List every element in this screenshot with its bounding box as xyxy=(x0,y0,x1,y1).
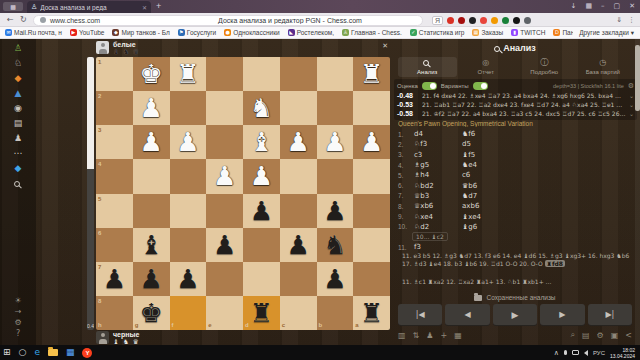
evaluation-bar-white xyxy=(87,57,94,169)
square-d7[interactable] xyxy=(243,262,280,296)
tab-label: Отчет xyxy=(478,69,494,75)
square-d3[interactable]: ♝ xyxy=(243,125,280,159)
white-rook: ♜ xyxy=(353,57,390,91)
black-pawn: ♟ xyxy=(206,228,243,262)
square-g8[interactable]: g♚ xyxy=(133,296,170,330)
toggle-label: Оценка xyxy=(397,83,418,89)
square-c8[interactable]: c xyxy=(280,296,317,330)
square-a5[interactable] xyxy=(353,194,390,228)
system-tray: ∧РУС18:0213.04.2024 xyxy=(554,347,637,359)
variation-line[interactable]: 10... ♝c2 xyxy=(412,232,448,241)
square-g3[interactable]: ♟ xyxy=(133,125,170,159)
black-knight: ♞ xyxy=(317,228,354,262)
move-number: 4. xyxy=(398,162,414,169)
black-move[interactable]: ♛b6 xyxy=(462,182,510,190)
maximize-icon[interactable]: ▢ xyxy=(614,2,621,10)
saved-analyses-button[interactable]: Сохраненные анализы xyxy=(398,294,632,301)
black-rook: ♜ xyxy=(243,296,280,330)
square-h7[interactable]: 7♟ xyxy=(96,262,133,296)
clock-icon: ◷ xyxy=(599,59,606,67)
flip-board-icon[interactable]: ⇅ xyxy=(413,331,420,340)
folder-icon xyxy=(474,295,482,301)
archive-icon[interactable]: ▣ xyxy=(611,331,619,340)
square-d6[interactable] xyxy=(243,228,280,262)
bookmark-favicon-icon: ▮ xyxy=(511,29,518,36)
move-row: 3.c3♝f5 xyxy=(398,150,632,160)
square-e6[interactable]: ♟ xyxy=(206,228,243,262)
bookmark-label: Главная - Chess. xyxy=(351,29,402,36)
help-icon[interactable]: ? xyxy=(0,328,36,340)
windows-taskbar: ⊞○e▦Y∧РУС18:0213.04.2024 xyxy=(0,345,640,360)
move-row: 4.♗g5♞e4 xyxy=(398,160,632,170)
tab-анализ[interactable]: Анализ xyxy=(398,57,457,77)
black-move[interactable]: ♝f5 xyxy=(462,151,510,159)
square-a3[interactable]: ♟ xyxy=(353,125,390,159)
taskbar-clock[interactable]: 18:0213.04.2024 xyxy=(610,347,637,359)
square-h4[interactable]: 4 xyxy=(96,159,133,193)
move-row: 10.♘d2♝g6 xyxy=(398,222,632,232)
toggle-label: Варианты xyxy=(441,83,469,89)
close-window-icon[interactable]: ✕ xyxy=(629,2,635,10)
move-number: 11. xyxy=(398,244,414,251)
search-app[interactable]: ○ xyxy=(19,347,27,358)
engine-panel: ОценкаВариантыdepth=33 | Stockfish 16.1 … xyxy=(394,79,637,120)
move-number: 10. xyxy=(398,223,414,230)
mainline-continuation[interactable]: 11. e3 b5 12. ♗g3 ♞d7 13. f3 e6 14. e4 ♝… xyxy=(402,252,632,268)
extension-icon[interactable] xyxy=(469,17,476,24)
square-g5[interactable] xyxy=(133,194,170,228)
file-label: e xyxy=(208,322,211,328)
diamond-icon[interactable]: ◆ xyxy=(0,162,36,174)
variation-paragraph[interactable]: 11. ♗c1 ♜xa2 12. ♖xa2 ♜a1+ 13. ♘b1 ♜xb1+… xyxy=(402,278,632,286)
current-move[interactable]: ♜fd8 xyxy=(545,260,565,267)
rank-label: 8 xyxy=(98,298,101,304)
evaluation-chart-icon[interactable]: ▥ xyxy=(398,331,406,340)
bookmark-label: Госуслуги xyxy=(187,29,216,36)
magnifier-glyph xyxy=(423,60,429,66)
white-captured-pieces: ♝ ♞ ♛ xyxy=(113,49,140,56)
extension-icon[interactable] xyxy=(502,17,509,24)
black-move[interactable]: ♞f6 xyxy=(462,130,510,138)
analysis-tabs: Анализ◎ОтчетⓘПодробно◷База партий xyxy=(398,57,632,77)
extension-icon[interactable] xyxy=(458,17,465,24)
engine-eval: -0.48 xyxy=(397,92,419,99)
news-icon[interactable]: ▤ xyxy=(0,117,36,129)
browser-menu-icon[interactable]: ⋮ xyxy=(628,16,635,24)
bookmark-label: Одноклассники xyxy=(233,29,279,36)
page-title-text: Доска анализа и редактор PGN - Chess.com xyxy=(164,17,416,24)
white-move[interactable]: f3 xyxy=(414,243,462,251)
square-f2[interactable] xyxy=(170,91,207,125)
white-move[interactable]: ♕b3 xyxy=(414,192,462,200)
first-move-button[interactable]: |◀ xyxy=(398,304,442,325)
bookmark-label: Мир танков - Бл xyxy=(121,29,169,36)
white-rook: ♜ xyxy=(170,57,207,91)
bookmark-item[interactable]: ✉Mail.Ru почта, н xyxy=(5,29,62,36)
bookmark-item[interactable]: ⚑Госуслуги xyxy=(178,29,216,36)
bookmark-favicon-icon: ▦ xyxy=(472,29,479,36)
top-player-strip: белые ♝ ♞ ♛ ✕ xyxy=(96,40,390,56)
square-b1[interactable] xyxy=(317,57,354,91)
square-a2[interactable] xyxy=(353,91,390,125)
white-move[interactable]: ♘xe4 xyxy=(414,213,462,221)
settings-icon[interactable]: ⚙ xyxy=(597,331,604,340)
expand-chevron-icon[interactable]: ⌄ xyxy=(629,110,634,117)
move-number: 7. xyxy=(398,192,414,199)
download-icon[interactable]: ↓ xyxy=(571,2,577,10)
square-b4[interactable] xyxy=(317,159,354,193)
tab-отчет[interactable]: ◎Отчет xyxy=(457,57,516,77)
reload-button[interactable]: ↻ xyxy=(20,16,27,24)
browser-menu-area: ⇓⋮ xyxy=(616,16,635,24)
board-editor-icon[interactable]: ▦ xyxy=(454,331,462,340)
black-pawn: ♟ xyxy=(317,262,354,296)
bookmark-favicon-icon: ♙ xyxy=(342,29,349,36)
browser-tab[interactable]: ♙ Доска анализа и реда ✕ xyxy=(27,1,151,13)
white-move[interactable]: ♗h4 xyxy=(414,171,462,179)
black-move[interactable]: c6 xyxy=(462,171,510,179)
black-pawn: ♟ xyxy=(280,228,317,262)
white-move[interactable]: ♘f3 xyxy=(414,140,462,148)
square-g2[interactable]: ♟ xyxy=(133,91,170,125)
square-e8[interactable]: e xyxy=(206,296,243,330)
square-a1[interactable]: ♜ xyxy=(353,57,390,91)
move-row: 2.♘f3d5 xyxy=(398,139,632,149)
square-e2[interactable] xyxy=(206,91,243,125)
bookmark-label: YouTube xyxy=(79,29,105,36)
move-row: 9.♘xe4♝xe4 xyxy=(398,211,632,221)
black-move[interactable]: ♞e4 xyxy=(462,161,510,169)
move-row: 8.♕xb6axb6 xyxy=(398,201,632,211)
move-row: 1.d4♞f6 xyxy=(398,129,632,139)
bookmark-item[interactable]: ▶YouTube xyxy=(70,29,105,36)
square-a4[interactable] xyxy=(353,159,390,193)
rank-label: 2 xyxy=(98,93,101,99)
window-controls: ↓▦–▢✕ xyxy=(571,2,636,10)
white-player-avatar xyxy=(96,41,109,54)
square-f8[interactable]: f xyxy=(170,296,207,330)
bookmark-favicon-icon: ◣ xyxy=(288,29,295,36)
last-move-button[interactable]: ▶| xyxy=(588,304,632,325)
chesscom-sidebar: ♙♘◆▲◉▤♟⋯◆☀→⚙? xyxy=(0,39,36,345)
display-icon[interactable] xyxy=(572,350,579,355)
white-pawn: ♟ xyxy=(353,125,390,159)
white-move[interactable]: ♕xb6 xyxy=(414,202,462,210)
extension-icon[interactable] xyxy=(513,17,520,24)
black-move[interactable]: ♝g6 xyxy=(462,223,510,231)
chess-board: 1♚♜♜2♟♞3♟♟♝♟♟♟4♟♟5♟♟6♝♟♟♞7♟♟♟♟8hg♚fed♜cb… xyxy=(96,57,390,330)
next-move-button[interactable]: ▶ xyxy=(540,304,584,325)
square-g1[interactable]: ♚ xyxy=(133,57,170,91)
black-king: ♚ xyxy=(133,296,170,330)
rank-label: 3 xyxy=(98,127,101,133)
back-button[interactable]: ← xyxy=(7,16,14,24)
square-g7[interactable]: ♟ xyxy=(133,262,170,296)
square-c1[interactable] xyxy=(280,57,317,91)
white-move[interactable]: ♘bd2 xyxy=(414,182,462,190)
move-number: 5. xyxy=(398,172,414,179)
square-e4[interactable]: ♟ xyxy=(206,159,243,193)
file-label: c xyxy=(282,322,285,328)
tab-подробно[interactable]: ⓘПодробно xyxy=(515,57,574,77)
opening-name: Queen's Pawn Opening, Symmetrical Variat… xyxy=(398,120,630,127)
square-f6[interactable] xyxy=(170,228,207,262)
square-c4[interactable] xyxy=(280,159,317,193)
black-pawn: ♟ xyxy=(243,194,280,228)
file-label: b xyxy=(319,322,323,328)
tab-list-button[interactable]: ▩ xyxy=(3,2,23,11)
extension-icon[interactable] xyxy=(524,17,531,24)
extension-icon[interactable] xyxy=(491,17,498,24)
square-h1[interactable]: 1 xyxy=(96,57,133,91)
black-move[interactable]: axb6 xyxy=(462,202,510,210)
chesscom-favicon-icon: ♙ xyxy=(31,2,37,12)
white-pawn: ♟ xyxy=(133,91,170,125)
bookmark-favicon-icon: ✉ xyxy=(5,29,12,36)
engine-settings-gear-icon[interactable]: ⚙ xyxy=(628,82,634,90)
play-icon[interactable]: ♘ xyxy=(0,57,36,69)
move-number: 8. xyxy=(398,203,414,210)
square-g4[interactable] xyxy=(133,159,170,193)
chesscom-logo[interactable]: ♙ xyxy=(0,42,36,54)
white-pawn: ♟ xyxy=(206,159,243,193)
zoom-icon[interactable]: ⌕ xyxy=(571,330,575,340)
tab-label: Подробно xyxy=(530,69,558,75)
square-d5[interactable]: ♟ xyxy=(243,194,280,228)
white-pawn: ♟ xyxy=(170,125,207,159)
black-pawn: ♟ xyxy=(133,262,170,296)
info-icon: ⓘ xyxy=(540,59,548,67)
square-c6[interactable]: ♟ xyxy=(280,228,317,262)
square-c7[interactable] xyxy=(280,262,317,296)
square-a6[interactable] xyxy=(353,228,390,262)
engine-eval: -0.58 xyxy=(397,110,419,117)
browser-titlebar: ▩ ♙ Доска анализа и реда ✕ + ↓▦–▢✕ xyxy=(0,0,640,13)
toggle-switch[interactable] xyxy=(422,82,437,90)
move-row: 6.♘bd2♛b6 xyxy=(398,180,632,190)
bookmarks-bar: ✉Mail.Ru почта, н▶YouTube◆Мир танков - Б… xyxy=(0,27,640,39)
clock-date: 13.04.2024 xyxy=(610,353,635,359)
move-number: 2. xyxy=(398,141,414,148)
setup-pieces-icon[interactable]: ♟ xyxy=(426,331,433,340)
bottom-player-strip: черные ♝ ♞ ♛ xyxy=(96,331,390,345)
site-info-icon[interactable] xyxy=(40,17,46,23)
square-b7[interactable]: ♟ xyxy=(317,262,354,296)
file-label: h xyxy=(98,322,102,328)
move-row: 5.♗h4c6 xyxy=(398,170,632,180)
white-bishop: ♝ xyxy=(243,125,280,159)
black-move[interactable]: d5 xyxy=(462,140,510,148)
bookmark-item[interactable]: ✓Статистика игр xyxy=(410,29,465,36)
black-pawn: ♟ xyxy=(317,194,354,228)
file-label: f xyxy=(172,322,174,328)
square-e5[interactable] xyxy=(206,194,243,228)
square-f3[interactable]: ♟ xyxy=(170,125,207,159)
move-row: 7.♕b3♞d7 xyxy=(398,191,632,201)
white-move[interactable]: d4 xyxy=(414,130,462,138)
black-bishop: ♝ xyxy=(133,228,170,262)
square-e7[interactable] xyxy=(206,262,243,296)
prev-move-button[interactable]: ◀ xyxy=(445,304,489,325)
yandex-services-icon[interactable]: Я xyxy=(432,16,443,25)
extension-icon[interactable] xyxy=(480,17,487,24)
engine-line[interactable]: -0.5821. ♔f2 ♖a7 22. a4 bxa4 23. ♖a3 c5 … xyxy=(397,109,634,118)
white-pawn: ♟ xyxy=(317,125,354,159)
close-icon[interactable]: ✕ xyxy=(382,42,388,50)
square-h5[interactable]: 5 xyxy=(96,194,133,228)
tab-close-icon[interactable]: ✕ xyxy=(142,4,147,11)
evaluation-value: 0.4 xyxy=(87,323,94,329)
microphone-icon[interactable] xyxy=(564,350,567,355)
square-f4[interactable] xyxy=(170,159,207,193)
engine-moves: 21. ♔f2 ♖a7 22. a4 bxa4 23. ♖a3 c5 24. d… xyxy=(422,110,626,117)
square-e3[interactable] xyxy=(206,125,243,159)
move-number: 9. xyxy=(398,213,414,220)
watch-icon[interactable]: ◉ xyxy=(0,102,36,114)
play-button[interactable]: ▶ xyxy=(493,304,537,325)
social-icon[interactable]: ♟ xyxy=(0,132,36,144)
black-rook: ♜ xyxy=(353,296,390,330)
tab-база-партий[interactable]: ◷База партий xyxy=(574,57,633,77)
search-icon-glyph xyxy=(14,181,20,187)
square-c5[interactable] xyxy=(280,194,317,228)
engine-moves: 21. f4 dxe4 22. ♗xe4 ♖a7 23. a4 bxa4 24.… xyxy=(422,92,626,99)
bookmark-favicon-icon: ✓ xyxy=(410,29,417,36)
toggle-switch[interactable] xyxy=(473,82,488,90)
square-h2[interactable]: 2 xyxy=(96,91,133,125)
panel-toolbar: ▥⇅♟+▦⌕▤⚙▣< xyxy=(398,330,632,340)
white-king: ♚ xyxy=(133,57,170,91)
url-text: www.chess.com xyxy=(50,17,100,24)
address-bar[interactable]: www.chess.com Доска анализа и редактор P… xyxy=(33,15,423,26)
bookmark-favicon-icon: D xyxy=(553,29,560,36)
square-a7[interactable] xyxy=(353,262,390,296)
expand-chevron-icon[interactable]: ⌄ xyxy=(629,92,634,99)
evaluation-bar: 0.4 xyxy=(87,57,94,330)
bookmark-item[interactable]: ●Одноклассники xyxy=(224,29,279,36)
white-move[interactable]: ♘d2 xyxy=(414,223,462,231)
black-move[interactable]: ♝xe4 xyxy=(462,213,510,221)
square-h6[interactable]: 6 xyxy=(96,228,133,262)
bookmark-label: TWITCH xyxy=(520,29,545,36)
white-pawn: ♟ xyxy=(280,125,317,159)
bookmark-favicon-icon: ◆ xyxy=(112,29,119,36)
share-icon[interactable]: < xyxy=(625,331,632,340)
edge-app[interactable]: e xyxy=(34,347,40,358)
rank-label: 4 xyxy=(98,161,101,167)
search-icon[interactable] xyxy=(0,177,36,189)
bookmark-item[interactable]: ◆Мир танков - Бл xyxy=(112,29,169,36)
last-move-highlight xyxy=(170,296,207,330)
square-c3[interactable]: ♟ xyxy=(280,125,317,159)
engine-moves: 21. ♖ab1 ♖a7 22. ♖a2 dxe4 23. fxe4 ♖d7 2… xyxy=(422,101,626,108)
language-indicator[interactable]: РУС xyxy=(593,350,605,356)
bookmark-item[interactable]: ♙Главная - Chess. xyxy=(342,29,402,36)
square-b8[interactable]: b xyxy=(317,296,354,330)
square-a8[interactable]: a♜ xyxy=(353,296,390,330)
engine-status: depth=33 | Stockfish 16.1 lite xyxy=(553,83,624,89)
extension-icon[interactable] xyxy=(447,17,454,24)
square-d2[interactable]: ♞ xyxy=(243,91,280,125)
square-d4[interactable]: ♟ xyxy=(243,159,280,193)
move-list: 1.d4♞f62.♘f3d53.c3♝f54.♗g5♞e45.♗h4c66.♘b… xyxy=(398,129,632,232)
square-b2[interactable] xyxy=(317,91,354,125)
engine-line[interactable]: -0.5321. ♖ab1 ♖a7 22. ♖a2 dxe4 23. fxe4 … xyxy=(397,100,634,109)
bookmark-label: Заказы xyxy=(481,29,503,36)
rank-label: 5 xyxy=(98,196,101,202)
bookmark-favicon-icon: ⚑ xyxy=(178,29,185,36)
bookmark-item[interactable]: ◣Ростелеком, xyxy=(288,29,334,36)
square-h3[interactable]: 3 xyxy=(96,125,133,159)
square-f7[interactable]: ♟ xyxy=(170,262,207,296)
magnifier xyxy=(423,59,432,67)
magnifier-icon xyxy=(494,46,500,52)
add-icon[interactable]: + xyxy=(440,331,447,340)
square-d8[interactable]: d♜ xyxy=(243,296,280,330)
explorer-app[interactable] xyxy=(48,349,58,356)
rank-label: 1 xyxy=(98,59,101,65)
more-icon[interactable]: ⋯ xyxy=(0,147,36,159)
yandex-app[interactable]: Y xyxy=(82,348,92,358)
tray-chevron-icon[interactable]: ∧ xyxy=(554,349,559,357)
store-app[interactable]: ▦ xyxy=(66,347,75,358)
square-f1[interactable]: ♜ xyxy=(170,57,207,91)
engine-line[interactable]: -0.4821. f4 dxe4 22. ♗xe4 ♖a7 23. a4 bxa… xyxy=(397,91,634,100)
bookmark-item[interactable]: ▦Заказы xyxy=(472,29,503,36)
move-number: 6. xyxy=(398,182,414,189)
bookmark-item[interactable]: ▮TWITCH xyxy=(511,29,545,36)
square-b6[interactable]: ♞ xyxy=(317,228,354,262)
square-b5[interactable]: ♟ xyxy=(317,194,354,228)
page-scrollbar-thumb[interactable] xyxy=(635,45,640,111)
puzzles-icon[interactable]: ◆ xyxy=(0,72,36,84)
bookmark-label: Статистика игр xyxy=(419,29,465,36)
other-bookmarks-button[interactable]: Другие закладки ▾ xyxy=(573,27,640,38)
white-move[interactable]: c3 xyxy=(414,151,462,159)
minimize-icon[interactable]: – xyxy=(601,2,605,10)
white-pawn: ♟ xyxy=(243,159,280,193)
analysis-header: Анализ xyxy=(398,43,632,53)
square-h8[interactable]: 8h xyxy=(96,296,133,330)
expand-chevron-icon[interactable]: ⌄ xyxy=(629,101,634,108)
lessons-icon[interactable]: ▲ xyxy=(0,87,36,99)
move-row-11: 11. f3 xyxy=(398,242,462,252)
panels-icon[interactable]: ▦ xyxy=(585,2,592,10)
square-e1[interactable] xyxy=(206,57,243,91)
screen: ▩ ♙ Доска анализа и реда ✕ + ↓▦–▢✕ ← ↻ w… xyxy=(0,0,640,360)
tab-title: Доска анализа и реда xyxy=(40,4,139,11)
black-pawn: ♟ xyxy=(96,262,133,296)
black-move[interactable]: ♞d7 xyxy=(462,192,510,200)
white-knight: ♞ xyxy=(243,91,280,125)
white-move[interactable]: ♗g5 xyxy=(414,161,462,169)
square-b3[interactable]: ♟ xyxy=(317,125,354,159)
white-pawn: ♟ xyxy=(133,125,170,159)
start-button[interactable]: ⊞ xyxy=(3,347,11,358)
new-tab-button[interactable]: + xyxy=(156,1,161,11)
extensions-area: Я xyxy=(432,16,531,25)
move-number: 1. xyxy=(398,131,414,138)
downloads-icon[interactable]: ⇓ xyxy=(616,16,622,24)
openings-book-icon[interactable]: ▤ xyxy=(582,331,590,340)
black-pawn: ♟ xyxy=(170,262,207,296)
square-f5[interactable] xyxy=(170,194,207,228)
square-d1[interactable] xyxy=(243,57,280,91)
bookmark-favicon-icon: ● xyxy=(224,29,231,36)
square-g6[interactable]: ♝ xyxy=(133,228,170,262)
speaker-icon[interactable] xyxy=(584,350,588,356)
square-c2[interactable] xyxy=(280,91,317,125)
